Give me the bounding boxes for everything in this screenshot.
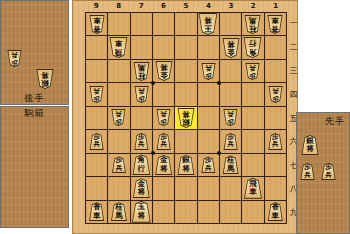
square-84[interactable]: [108, 83, 129, 105]
piece-kanji: 歩兵: [325, 164, 333, 179]
square-23[interactable]: 歩兵: [242, 60, 263, 82]
square-11[interactable]: 香車: [265, 13, 286, 35]
piece-kanji: 王将: [204, 16, 213, 33]
piece-face: 玉将: [132, 202, 150, 222]
square-55[interactable]: 銀将: [175, 107, 196, 129]
square-13[interactable]: [265, 60, 286, 82]
square-46[interactable]: [198, 130, 219, 152]
gote-piece-歩[interactable]: 歩兵: [156, 109, 171, 126]
square-28[interactable]: 飛車: [242, 177, 263, 199]
rank-label-3: 三: [288, 59, 299, 83]
gote-piece-角[interactable]: 角行: [243, 37, 262, 58]
sente-piece-金[interactable]: 金将: [155, 155, 173, 175]
piece-kanji: 桂馬: [226, 156, 235, 173]
square-44[interactable]: [198, 83, 219, 105]
square-12[interactable]: [265, 36, 286, 58]
piece-kanji: 歩兵: [271, 134, 279, 149]
square-73[interactable]: 桂馬: [131, 60, 152, 82]
file-label-9: 9: [85, 2, 107, 11]
sente-piece-歩[interactable]: 歩兵: [321, 163, 336, 180]
piece-kanji: 歩兵: [11, 51, 19, 66]
square-34[interactable]: [220, 83, 241, 105]
sente-piece-桂[interactable]: 桂馬: [222, 155, 239, 174]
piece-box-label: 駒箱: [1, 108, 68, 118]
sente-piece-歩[interactable]: 歩兵: [156, 133, 171, 150]
gote-piece-歩[interactable]: 歩兵: [223, 109, 238, 126]
piece-kanji: 歩兵: [160, 134, 168, 149]
gote-captured-tray: 後手 歩兵銀将: [0, 0, 69, 105]
piece-kanji: 歩兵: [304, 164, 312, 179]
hoshi-dot-3: [151, 151, 155, 155]
piece-kanji: 金将: [159, 156, 168, 173]
square-85[interactable]: 歩兵: [108, 107, 129, 129]
square-78[interactable]: 金将: [131, 177, 152, 199]
piece-kanji: 桂馬: [248, 16, 257, 33]
rank-label-4: 四: [288, 83, 299, 107]
sente-piece-歩[interactable]: 歩兵: [89, 133, 104, 150]
square-54[interactable]: [175, 83, 196, 105]
square-77[interactable]: 角行: [131, 154, 152, 176]
gote-piece-歩[interactable]: 歩兵: [268, 86, 283, 103]
square-61[interactable]: [153, 13, 174, 35]
gote-piece-歩[interactable]: 歩兵: [134, 86, 149, 103]
square-32[interactable]: 金将: [220, 36, 241, 58]
square-36[interactable]: 歩兵: [220, 130, 241, 152]
file-label-6: 6: [152, 2, 174, 11]
square-65[interactable]: 歩兵: [153, 107, 174, 129]
piece-kanji: 歩兵: [137, 134, 145, 149]
piece-kanji: 桂馬: [114, 203, 123, 220]
sente-piece-歩[interactable]: 歩兵: [268, 133, 283, 150]
square-88[interactable]: [108, 177, 129, 199]
square-91[interactable]: 香車: [86, 13, 107, 35]
piece-kanji: 歩兵: [93, 87, 101, 102]
square-17[interactable]: [265, 154, 286, 176]
square-26[interactable]: [242, 130, 263, 152]
square-37[interactable]: 桂馬: [220, 154, 241, 176]
sente-piece-歩[interactable]: 歩兵: [300, 163, 315, 180]
file-label-7: 7: [130, 2, 152, 11]
square-89[interactable]: 桂馬: [108, 201, 129, 223]
square-22[interactable]: 角行: [242, 36, 263, 58]
piece-kanji: 玉将: [137, 203, 146, 220]
square-66[interactable]: 歩兵: [153, 130, 174, 152]
gote-piece-香[interactable]: 香車: [89, 15, 105, 34]
piece-kanji: 銀将: [306, 137, 315, 154]
square-58[interactable]: [175, 177, 196, 199]
file-label-5: 5: [175, 2, 197, 11]
piece-kanji: 歩兵: [93, 134, 101, 149]
sente-piece-飛[interactable]: 飛車: [243, 178, 262, 199]
sente-piece-玉[interactable]: 玉将: [131, 201, 151, 223]
file-label-8: 8: [107, 2, 129, 11]
square-39[interactable]: [220, 201, 241, 223]
shogi-board: 987654321 一二三四五六七八九 香車王将桂馬香車飛車金将角行桂馬金将歩兵…: [72, 0, 298, 234]
square-99[interactable]: 香車: [86, 201, 107, 223]
hoshi-dot-1: [151, 81, 155, 85]
piece-kanji: 歩兵: [204, 64, 212, 79]
hoshi-dot-2: [217, 81, 221, 85]
piece-kanji: 金将: [159, 63, 168, 80]
gote-piece-飛[interactable]: 飛車: [109, 37, 128, 58]
piece-kanji: 香車: [271, 203, 280, 220]
piece-kanji: 歩兵: [249, 64, 257, 79]
gote-label: 後手: [1, 93, 68, 103]
hoshi-dot-4: [217, 151, 221, 155]
piece-kanji: 歩兵: [137, 87, 145, 102]
square-38[interactable]: [220, 177, 241, 199]
piece-kanji: 飛車: [248, 180, 257, 197]
gote-piece-王[interactable]: 王将: [198, 13, 218, 35]
sente-piece-歩[interactable]: 歩兵: [134, 133, 149, 150]
file-label-1: 1: [265, 2, 287, 11]
gote-piece-歩[interactable]: 歩兵: [111, 109, 126, 126]
square-92[interactable]: [86, 36, 107, 58]
square-97[interactable]: [86, 154, 107, 176]
sente-piece-香[interactable]: 香車: [267, 202, 283, 221]
piece-kanji: 歩兵: [271, 87, 279, 102]
square-29[interactable]: [242, 201, 263, 223]
square-31[interactable]: [220, 13, 241, 35]
piece-face: 角行: [133, 155, 150, 174]
piece-kanji: 歩兵: [227, 110, 235, 125]
square-63[interactable]: 金将: [153, 60, 174, 82]
square-41[interactable]: 王将: [198, 13, 219, 35]
piece-kanji: 歩兵: [115, 157, 123, 172]
square-68[interactable]: [153, 177, 174, 199]
square-82[interactable]: 飛車: [108, 36, 129, 58]
sente-piece-銀[interactable]: 銀将: [177, 155, 195, 175]
piece-kanji: 銀将: [181, 156, 190, 173]
piece-kanji: 香車: [271, 16, 280, 33]
piece-kanji: 桂馬: [137, 63, 146, 80]
square-93[interactable]: [86, 60, 107, 82]
gote-piece-桂[interactable]: 桂馬: [244, 15, 261, 34]
square-74[interactable]: 歩兵: [131, 83, 152, 105]
square-72[interactable]: [131, 36, 152, 58]
gote-piece-銀[interactable]: 銀将: [36, 69, 54, 89]
square-35[interactable]: 歩兵: [220, 107, 241, 129]
square-71[interactable]: [131, 13, 152, 35]
square-45[interactable]: [198, 107, 219, 129]
square-52[interactable]: [175, 36, 196, 58]
gote-piece-歩[interactable]: 歩兵: [89, 86, 104, 103]
square-69[interactable]: [153, 201, 174, 223]
square-79[interactable]: 玉将: [131, 201, 152, 223]
square-86[interactable]: [108, 130, 129, 152]
square-49[interactable]: [198, 201, 219, 223]
piece-kanji: 歩兵: [227, 134, 235, 149]
piece-kanji: 金将: [137, 180, 146, 197]
piece-kanji: 飛車: [114, 39, 123, 56]
square-67[interactable]: 金将: [153, 154, 174, 176]
rank-label-2: 二: [288, 36, 299, 60]
gote-piece-桂[interactable]: 桂馬: [133, 62, 150, 81]
square-47[interactable]: 歩兵: [198, 154, 219, 176]
square-62[interactable]: [153, 36, 174, 58]
sente-piece-金[interactable]: 金将: [132, 178, 150, 198]
sente-piece-歩[interactable]: 歩兵: [201, 156, 216, 173]
square-59[interactable]: [175, 201, 196, 223]
rank-label-1: 一: [288, 12, 299, 36]
square-43[interactable]: 歩兵: [198, 60, 219, 82]
piece-kanji: 香車: [92, 16, 101, 33]
piece-kanji: 香車: [92, 203, 101, 220]
square-48[interactable]: [198, 177, 219, 199]
gote-piece-香[interactable]: 香車: [267, 15, 283, 34]
square-53[interactable]: [175, 60, 196, 82]
sente-piece-歩[interactable]: 歩兵: [223, 133, 238, 150]
board-grid: 香車王将桂馬香車飛車金将角行桂馬金将歩兵歩兵歩兵歩兵歩兵歩兵歩兵銀将歩兵歩兵歩兵…: [85, 12, 287, 224]
file-label-2: 2: [242, 2, 264, 11]
square-16[interactable]: 歩兵: [265, 130, 286, 152]
square-76[interactable]: 歩兵: [131, 130, 152, 152]
piece-kanji: 角行: [137, 156, 146, 173]
square-27[interactable]: [242, 154, 263, 176]
sente-piece-銀[interactable]: 銀将: [301, 135, 319, 155]
square-19[interactable]: 香車: [265, 201, 286, 223]
piece-kanji: 銀将: [41, 71, 50, 88]
square-81[interactable]: [108, 13, 129, 35]
piece-kanji: 金将: [226, 39, 235, 56]
square-51[interactable]: [175, 13, 196, 35]
piece-kanji: 歩兵: [160, 110, 168, 125]
sente-piece-歩[interactable]: 歩兵: [111, 156, 126, 173]
sente-captured-tray: 先手 銀将歩兵歩兵: [296, 112, 350, 234]
gote-piece-歩[interactable]: 歩兵: [7, 50, 22, 67]
sente-piece-角[interactable]: 角行: [132, 154, 151, 175]
piece-kanji: 歩兵: [204, 157, 212, 172]
square-18[interactable]: [265, 177, 286, 199]
square-94[interactable]: 歩兵: [86, 83, 107, 105]
square-95[interactable]: [86, 107, 107, 129]
piece-box-tray: 駒箱: [0, 106, 69, 228]
square-98[interactable]: [86, 177, 107, 199]
piece-face: 飛車: [244, 179, 261, 198]
file-coordinates: 987654321: [85, 2, 287, 11]
piece-kanji: 銀将: [181, 109, 190, 126]
square-87[interactable]: 歩兵: [108, 154, 129, 176]
gote-piece-歩[interactable]: 歩兵: [201, 63, 216, 80]
square-64[interactable]: [153, 83, 174, 105]
square-25[interactable]: [242, 107, 263, 129]
square-33[interactable]: [220, 60, 241, 82]
sente-label: 先手: [325, 116, 345, 126]
file-label-3: 3: [220, 2, 242, 11]
piece-kanji: 角行: [248, 39, 257, 56]
gote-piece-金[interactable]: 金将: [155, 61, 173, 81]
file-label-4: 4: [197, 2, 219, 11]
square-57[interactable]: 銀将: [175, 154, 196, 176]
square-21[interactable]: 桂馬: [242, 13, 263, 35]
sente-piece-香[interactable]: 香車: [89, 202, 105, 221]
square-42[interactable]: [198, 36, 219, 58]
sente-piece-桂[interactable]: 桂馬: [110, 202, 127, 221]
square-96[interactable]: 歩兵: [86, 130, 107, 152]
square-56[interactable]: [175, 130, 196, 152]
piece-kanji: 歩兵: [115, 110, 123, 125]
gote-piece-金[interactable]: 金将: [222, 38, 240, 58]
square-75[interactable]: [131, 107, 152, 129]
gote-piece-銀[interactable]: 銀将: [177, 108, 195, 128]
square-24[interactable]: [242, 83, 263, 105]
square-14[interactable]: 歩兵: [265, 83, 286, 105]
gote-piece-歩[interactable]: 歩兵: [245, 63, 260, 80]
square-15[interactable]: [265, 107, 286, 129]
square-83[interactable]: [108, 60, 129, 82]
